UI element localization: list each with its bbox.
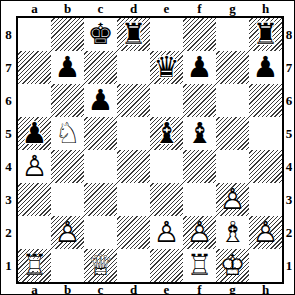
square-c5[interactable] <box>84 117 117 150</box>
rank-label-left-2: 2 <box>1 216 16 249</box>
piece-white-pawn: ♟♙ <box>216 183 249 216</box>
rank-label-left-4: 4 <box>1 150 16 183</box>
rank-label-left-5: 5 <box>1 117 16 150</box>
piece-white-queen: ♛♕ <box>84 249 117 282</box>
square-d8[interactable]: ♜ <box>117 18 150 51</box>
piece-black-pawn: ♟ <box>51 51 84 84</box>
square-a7[interactable] <box>18 51 51 84</box>
square-f5[interactable]: ♝ <box>183 117 216 150</box>
rank-label-right-3: 3 <box>284 183 294 216</box>
file-label-bottom-f: f <box>183 284 216 295</box>
piece-black-bishop: ♝ <box>150 117 183 150</box>
piece-glyph: ♙ <box>51 216 84 249</box>
square-c1[interactable]: ♛♕ <box>84 249 117 282</box>
square-g4[interactable] <box>216 150 249 183</box>
piece-black-pawn: ♟ <box>84 84 117 117</box>
square-d5[interactable] <box>117 117 150 150</box>
piece-glyph: ♟ <box>51 51 84 84</box>
piece-black-rook: ♜ <box>117 18 150 51</box>
square-d4[interactable] <box>117 150 150 183</box>
piece-glyph: ♙ <box>249 216 282 249</box>
file-label-bottom-e: e <box>150 284 183 295</box>
square-c4[interactable] <box>84 150 117 183</box>
square-f2[interactable]: ♟♙ <box>183 216 216 249</box>
piece-glyph: ♝ <box>150 117 183 150</box>
file-labels-top: abcdefgh <box>18 1 284 16</box>
square-d7[interactable] <box>117 51 150 84</box>
piece-white-pawn: ♟♙ <box>150 216 183 249</box>
square-h7[interactable]: ♟ <box>249 51 282 84</box>
square-d2[interactable] <box>117 216 150 249</box>
square-b4[interactable] <box>51 150 84 183</box>
file-label-top-c: c <box>84 1 117 16</box>
square-f6[interactable] <box>183 84 216 117</box>
file-label-bottom-g: g <box>216 284 249 295</box>
square-d6[interactable] <box>117 84 150 117</box>
square-e8[interactable] <box>150 18 183 51</box>
corner-top-left <box>1 1 16 16</box>
piece-white-knight: ♞♘ <box>51 117 84 150</box>
piece-glyph: ♙ <box>216 183 249 216</box>
square-f8[interactable] <box>183 18 216 51</box>
piece-black-pawn: ♟ <box>249 51 282 84</box>
square-g8[interactable] <box>216 18 249 51</box>
file-label-top-d: d <box>117 1 150 16</box>
piece-black-pawn: ♟ <box>18 117 51 150</box>
file-label-top-g: g <box>216 1 249 16</box>
square-g6[interactable] <box>216 84 249 117</box>
chess-diagram: abcdefgh 87654321 ♚♜♜♟♛♟♟♟♟♞♘♝♝♟♙♟♙♟♙♟♙♟… <box>0 0 295 295</box>
file-label-top-b: b <box>51 1 84 16</box>
rank-label-right-1: 1 <box>284 249 294 282</box>
square-c3[interactable] <box>84 183 117 216</box>
square-d1[interactable] <box>117 249 150 282</box>
square-b3[interactable] <box>51 183 84 216</box>
rank-label-right-6: 6 <box>284 84 294 117</box>
rank-label-right-8: 8 <box>284 18 294 51</box>
square-d3[interactable] <box>117 183 150 216</box>
square-f3[interactable] <box>183 183 216 216</box>
square-h6[interactable] <box>249 84 282 117</box>
square-a4[interactable]: ♟♙ <box>18 150 51 183</box>
square-f1[interactable]: ♜♖ <box>183 249 216 282</box>
file-label-bottom-c: c <box>84 284 117 295</box>
square-b8[interactable] <box>51 18 84 51</box>
file-label-top-h: h <box>249 1 282 16</box>
piece-glyph: ♗ <box>216 216 249 249</box>
rank-label-right-4: 4 <box>284 150 294 183</box>
square-b6[interactable] <box>51 84 84 117</box>
chess-board: ♚♜♜♟♛♟♟♟♟♞♘♝♝♟♙♟♙♟♙♟♙♟♙♝♗♟♙♜♖♛♕♜♖♚♔ <box>16 16 284 284</box>
piece-glyph: ♟ <box>183 51 216 84</box>
file-label-bottom-d: d <box>117 284 150 295</box>
square-e6[interactable] <box>150 84 183 117</box>
rank-label-left-3: 3 <box>1 183 16 216</box>
piece-white-rook: ♜♖ <box>18 249 51 282</box>
piece-glyph: ♔ <box>216 249 249 282</box>
square-e1[interactable] <box>150 249 183 282</box>
square-h3[interactable] <box>249 183 282 216</box>
square-e5[interactable]: ♝ <box>150 117 183 150</box>
piece-glyph: ♘ <box>51 117 84 150</box>
square-b2[interactable]: ♟♙ <box>51 216 84 249</box>
square-h4[interactable] <box>249 150 282 183</box>
square-c7[interactable] <box>84 51 117 84</box>
square-c8[interactable]: ♚ <box>84 18 117 51</box>
piece-glyph: ♕ <box>84 249 117 282</box>
square-h2[interactable]: ♟♙ <box>249 216 282 249</box>
piece-white-king: ♚♔ <box>216 249 249 282</box>
piece-glyph: ♙ <box>150 216 183 249</box>
rank-labels-right: 87654321 <box>284 18 294 284</box>
square-a8[interactable] <box>18 18 51 51</box>
square-e3[interactable] <box>150 183 183 216</box>
file-label-top-a: a <box>18 1 51 16</box>
piece-white-rook: ♜♖ <box>183 249 216 282</box>
square-f7[interactable]: ♟ <box>183 51 216 84</box>
piece-black-rook: ♜ <box>249 18 282 51</box>
piece-glyph: ♙ <box>183 216 216 249</box>
piece-glyph: ♙ <box>18 150 51 183</box>
square-g5[interactable] <box>216 117 249 150</box>
rank-label-left-1: 1 <box>1 249 16 282</box>
square-c2[interactable] <box>84 216 117 249</box>
piece-glyph: ♛ <box>150 51 183 84</box>
rank-label-right-5: 5 <box>284 117 294 150</box>
corner-bottom-right <box>284 284 294 294</box>
piece-glyph: ♟ <box>249 51 282 84</box>
square-e2[interactable]: ♟♙ <box>150 216 183 249</box>
piece-white-pawn: ♟♙ <box>249 216 282 249</box>
square-h5[interactable] <box>249 117 282 150</box>
square-e7[interactable]: ♛ <box>150 51 183 84</box>
rank-label-right-7: 7 <box>284 51 294 84</box>
file-label-bottom-b: b <box>51 284 84 295</box>
square-h1[interactable] <box>249 249 282 282</box>
square-a5[interactable]: ♟ <box>18 117 51 150</box>
piece-white-pawn: ♟♙ <box>18 150 51 183</box>
piece-black-queen: ♛ <box>150 51 183 84</box>
piece-black-pawn: ♟ <box>183 51 216 84</box>
square-a3[interactable] <box>18 183 51 216</box>
corner-bottom-left <box>1 284 16 294</box>
file-label-top-e: e <box>150 1 183 16</box>
rank-label-right-2: 2 <box>284 216 294 249</box>
square-a2[interactable] <box>18 216 51 249</box>
square-h8[interactable]: ♜ <box>249 18 282 51</box>
square-b1[interactable] <box>51 249 84 282</box>
piece-black-bishop: ♝ <box>183 117 216 150</box>
piece-black-king: ♚ <box>84 18 117 51</box>
file-labels-bottom: abcdefgh <box>18 284 284 294</box>
piece-white-bishop: ♝♗ <box>216 216 249 249</box>
piece-glyph: ♜ <box>117 18 150 51</box>
square-f4[interactable] <box>183 150 216 183</box>
square-g1[interactable]: ♚♔ <box>216 249 249 282</box>
square-a1[interactable]: ♜♖ <box>18 249 51 282</box>
file-label-top-f: f <box>183 1 216 16</box>
file-label-bottom-a: a <box>18 284 51 295</box>
corner-top-right <box>284 1 294 16</box>
rank-label-left-7: 7 <box>1 51 16 84</box>
piece-glyph: ♜ <box>249 18 282 51</box>
square-b5[interactable]: ♞♘ <box>51 117 84 150</box>
piece-glyph: ♟ <box>18 117 51 150</box>
square-c6[interactable]: ♟ <box>84 84 117 117</box>
square-a6[interactable] <box>18 84 51 117</box>
piece-glyph: ♖ <box>183 249 216 282</box>
square-e4[interactable] <box>150 150 183 183</box>
rank-labels-left: 87654321 <box>1 18 16 284</box>
file-label-bottom-h: h <box>249 284 282 295</box>
piece-glyph: ♖ <box>18 249 51 282</box>
rank-label-left-8: 8 <box>1 18 16 51</box>
piece-white-pawn: ♟♙ <box>183 216 216 249</box>
piece-glyph: ♝ <box>183 117 216 150</box>
piece-glyph: ♟ <box>84 84 117 117</box>
square-g2[interactable]: ♝♗ <box>216 216 249 249</box>
rank-label-left-6: 6 <box>1 84 16 117</box>
square-b7[interactable]: ♟ <box>51 51 84 84</box>
square-g7[interactable] <box>216 51 249 84</box>
piece-white-pawn: ♟♙ <box>51 216 84 249</box>
piece-glyph: ♚ <box>84 18 117 51</box>
square-g3[interactable]: ♟♙ <box>216 183 249 216</box>
